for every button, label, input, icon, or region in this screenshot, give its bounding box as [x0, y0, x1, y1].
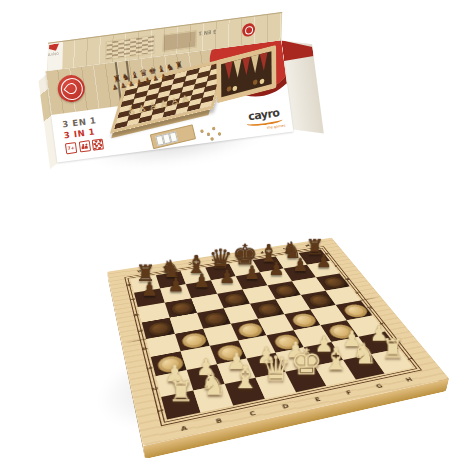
box-art-chessboard: ♜♞♝♛♚♝♞♜ ♟♟♟♟♟♟♟ ♙♙♙♙♙♙ [96, 60, 220, 141]
brand-logo: cayro the games [243, 107, 285, 133]
dark-checker-disc [146, 320, 173, 338]
dark-checker-disc [169, 300, 196, 316]
light-checker-disc [235, 321, 264, 339]
light-checker-disc [289, 312, 319, 329]
red-swoosh-sliver-icon [49, 43, 59, 51]
product-photo: cayro 3 EN 1 ♜♞♝♛♚♝♞♜ ♟ [0, 0, 458, 458]
players-badge [78, 140, 90, 152]
product-title: 3 EN 1 3 IN 1 [62, 115, 99, 141]
dark-checker-disc [201, 310, 229, 327]
age-badge: 7+ [65, 142, 77, 154]
black-pawn: ♟ [132, 280, 166, 299]
coord-label: 8 [103, 283, 131, 292]
coord-label: 5 [354, 287, 382, 296]
game-types-badge [92, 138, 104, 150]
white-rook: ♜ [160, 378, 203, 407]
product-box: cayro 3 EN 1 ♜♞♝♛♚♝♞♜ ♟ [41, 0, 358, 186]
red-swoosh-wrap-icon [281, 40, 315, 70]
square-g4 [310, 305, 346, 325]
square-a7: ♟ [134, 288, 165, 307]
coord-label: 4 [366, 301, 395, 310]
badges-row: 7+ [65, 138, 104, 154]
dark-checker-disc [254, 301, 282, 317]
square-a1: ♜ [161, 390, 200, 419]
